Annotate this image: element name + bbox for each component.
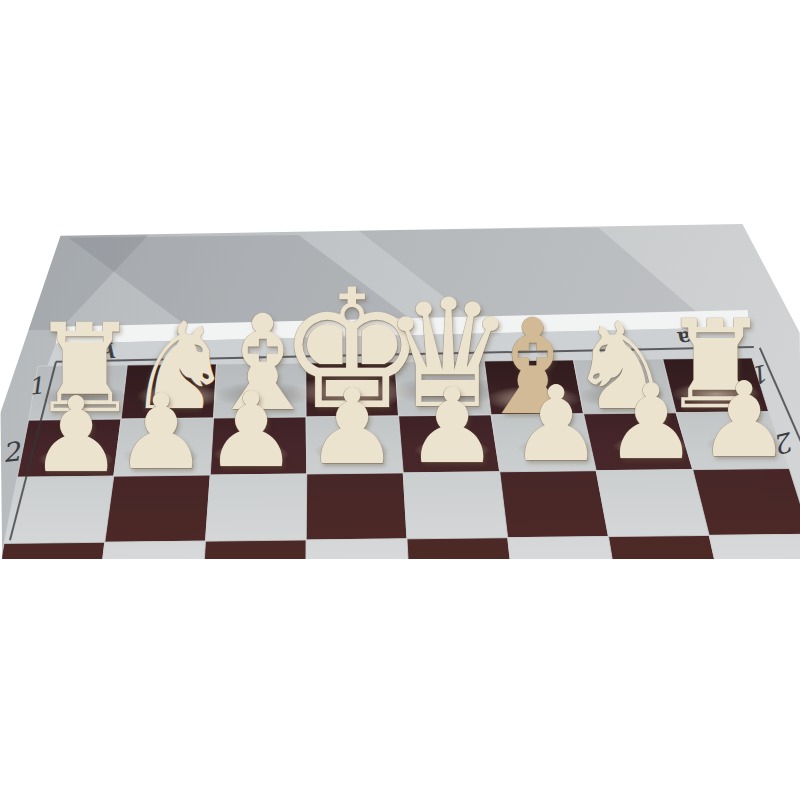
white-pawn-f2: ♟	[204, 378, 297, 482]
white-pawn-h2: ♟	[29, 383, 122, 487]
white-pawn-c2: ♟	[509, 372, 602, 476]
white-pawn-g2: ♟	[114, 380, 207, 484]
photo-crop-bottom	[0, 559, 800, 800]
white-pawn-d2: ♟	[405, 374, 498, 478]
white-pawn-b2: ♟	[604, 370, 697, 474]
white-pawn-a2: ♟	[697, 368, 790, 472]
chessboard-photo: 1 2 1 2 h a ♜♞♝♚♛♝♞♜♟♟♟♟♟♟♟♟	[0, 0, 800, 800]
white-pawn-e2: ♟	[305, 375, 398, 479]
